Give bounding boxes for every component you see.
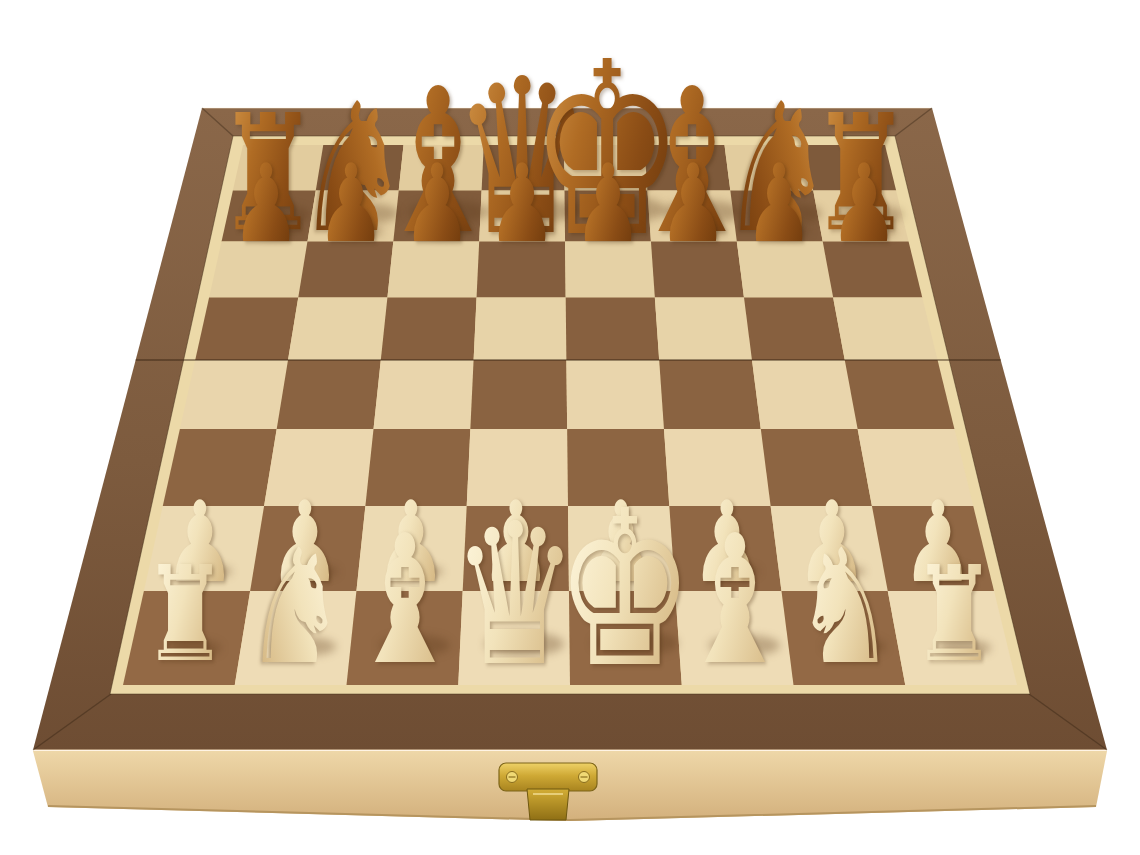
piece-black-pawn-g7[interactable]: ♟ xyxy=(744,150,814,258)
piece-white-king-e1[interactable]: ♚ xyxy=(555,482,694,697)
square-d4[interactable] xyxy=(470,360,567,429)
chess-set-photo: ♜♞♝♛♚♝♞♜♟♟♟♟♟♟♟♟♟♟♟♟♟♟♟♟♜♞♝♛♚♝♞♜ xyxy=(0,0,1140,855)
square-e5[interactable] xyxy=(566,298,659,361)
piece-black-pawn-h7[interactable]: ♟ xyxy=(830,150,900,258)
piece-white-rook-a1[interactable]: ♜ xyxy=(142,548,227,680)
square-h4[interactable] xyxy=(845,360,955,429)
piece-white-knight-g1[interactable]: ♞ xyxy=(794,528,896,686)
piece-white-rook-h1[interactable]: ♜ xyxy=(912,548,997,680)
square-a4[interactable] xyxy=(180,360,288,429)
square-b5[interactable] xyxy=(288,298,387,361)
square-g5[interactable] xyxy=(744,298,845,361)
piece-white-knight-b1[interactable]: ♞ xyxy=(244,528,346,686)
piece-black-pawn-c7[interactable]: ♟ xyxy=(402,150,472,258)
square-h5[interactable] xyxy=(833,298,937,361)
piece-black-pawn-a7[interactable]: ♟ xyxy=(231,150,301,258)
square-g4[interactable] xyxy=(752,360,858,429)
piece-black-pawn-f7[interactable]: ♟ xyxy=(658,150,728,258)
square-c4[interactable] xyxy=(374,360,474,429)
square-a5[interactable] xyxy=(195,298,298,361)
square-e4[interactable] xyxy=(566,360,664,429)
piece-white-bishop-c1[interactable]: ♝ xyxy=(347,512,462,690)
piece-black-pawn-d7[interactable]: ♟ xyxy=(487,150,557,258)
piece-black-pawn-e7[interactable]: ♟ xyxy=(573,150,643,258)
square-b4[interactable] xyxy=(277,360,381,429)
piece-white-bishop-f1[interactable]: ♝ xyxy=(677,512,792,690)
square-d5[interactable] xyxy=(474,298,567,361)
square-c5[interactable] xyxy=(381,298,477,361)
square-f4[interactable] xyxy=(659,360,761,429)
piece-black-pawn-b7[interactable]: ♟ xyxy=(316,150,386,258)
square-f5[interactable] xyxy=(655,298,752,361)
